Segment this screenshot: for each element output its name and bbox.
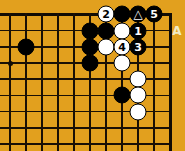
board-intersection[interactable] [130, 104, 146, 120]
board-intersection[interactable] [114, 136, 130, 151]
black-stone [82, 22, 99, 39]
board-intersection[interactable]: △ [130, 6, 146, 22]
board-intersection[interactable] [50, 55, 66, 71]
board-intersection[interactable] [114, 87, 130, 103]
board-intersection[interactable] [82, 136, 98, 151]
board-intersection[interactable] [50, 71, 66, 87]
black-stone [98, 22, 115, 39]
move-number-label: 4 [118, 41, 126, 52]
white-stone [114, 22, 131, 39]
board-intersection[interactable] [114, 55, 130, 71]
board-intersection[interactable] [66, 39, 82, 55]
white-stone [130, 87, 147, 104]
white-stone: 4 [114, 38, 131, 55]
board-intersection[interactable] [146, 104, 162, 120]
board-intersection[interactable] [130, 120, 146, 136]
board-intersection[interactable] [98, 55, 114, 71]
white-stone [98, 38, 115, 55]
board-intersection[interactable] [146, 120, 162, 136]
board-intersection[interactable] [82, 39, 98, 55]
board-intersection[interactable] [50, 23, 66, 39]
board-intersection[interactable] [2, 87, 18, 103]
board-intersection[interactable] [82, 23, 98, 39]
board-intersection[interactable] [114, 104, 130, 120]
board-intersection[interactable] [146, 87, 162, 103]
board-intersection[interactable] [114, 71, 130, 87]
black-stone [114, 87, 131, 104]
board-intersection[interactable] [82, 71, 98, 87]
board-intersection[interactable] [50, 87, 66, 103]
board-intersection[interactable] [66, 136, 82, 151]
black-stone [18, 38, 35, 55]
black-stone: 3 [130, 38, 147, 55]
white-stone [130, 71, 147, 88]
board-intersection[interactable] [50, 39, 66, 55]
white-stone [114, 55, 131, 72]
board-intersection[interactable] [2, 6, 18, 22]
board-intersection[interactable] [98, 136, 114, 151]
go-board: 2△5143 [2, 6, 178, 151]
board-intersection[interactable] [34, 55, 50, 71]
star-point-icon [8, 61, 13, 66]
board-intersection[interactable]: 1 [130, 23, 146, 39]
white-stone [130, 103, 147, 120]
board-intersection[interactable] [2, 104, 18, 120]
board-intersection[interactable] [162, 6, 178, 22]
board-intersection[interactable]: 4 [114, 39, 130, 55]
board-intersection[interactable] [34, 136, 50, 151]
board-intersection[interactable] [130, 87, 146, 103]
black-stone [82, 55, 99, 72]
board-intersection[interactable] [18, 104, 34, 120]
board-intersection[interactable] [146, 55, 162, 71]
board-intersection[interactable] [50, 136, 66, 151]
white-stone: 2 [98, 6, 115, 23]
board-intersection[interactable] [162, 87, 178, 103]
board-intersection[interactable] [66, 120, 82, 136]
board-intersection[interactable] [18, 136, 34, 151]
board-intersection[interactable] [18, 6, 34, 22]
board-intersection[interactable] [34, 120, 50, 136]
board-intersection[interactable] [82, 6, 98, 22]
board-intersection[interactable] [50, 6, 66, 22]
black-stone: 1 [130, 22, 147, 39]
board-intersection[interactable] [66, 23, 82, 39]
board-intersection[interactable] [162, 39, 178, 55]
board-intersection[interactable] [2, 71, 18, 87]
board-intersection[interactable] [2, 136, 18, 151]
board-intersection[interactable] [146, 71, 162, 87]
board-intersection[interactable] [34, 39, 50, 55]
board-intersection[interactable] [82, 55, 98, 71]
board-intersection[interactable] [82, 120, 98, 136]
go-diagram: 2△5143 A [0, 0, 185, 151]
board-intersection[interactable] [34, 104, 50, 120]
board-intersection[interactable] [146, 136, 162, 151]
black-stone: 5 [146, 6, 163, 23]
board-intersection[interactable] [146, 39, 162, 55]
board-intersection[interactable] [18, 39, 34, 55]
board-intersection[interactable] [98, 39, 114, 55]
board-intersection[interactable] [114, 23, 130, 39]
board-intersection[interactable] [50, 120, 66, 136]
move-number-label: 3 [134, 41, 142, 52]
board-intersection[interactable] [18, 55, 34, 71]
board-intersection[interactable] [130, 136, 146, 151]
board-intersection[interactable] [162, 104, 178, 120]
board-intersection[interactable]: 3 [130, 39, 146, 55]
move-number-label: 2 [102, 9, 110, 20]
board-intersection[interactable] [66, 55, 82, 71]
board-intersection[interactable] [2, 39, 18, 55]
board-intersection[interactable] [162, 71, 178, 87]
move-number-label: 1 [134, 25, 142, 36]
board-intersection[interactable] [162, 120, 178, 136]
board-intersection[interactable] [146, 23, 162, 39]
black-stone [82, 38, 99, 55]
board-intersection[interactable] [98, 71, 114, 87]
move-number-label: 5 [150, 9, 158, 20]
board-intersection[interactable]: 5 [146, 6, 162, 22]
board-intersection[interactable] [2, 23, 18, 39]
board-intersection[interactable] [98, 87, 114, 103]
board-intersection[interactable] [34, 87, 50, 103]
board-intersection[interactable] [18, 23, 34, 39]
board-intersection[interactable] [82, 87, 98, 103]
board-intersection[interactable] [34, 71, 50, 87]
board-intersection[interactable] [162, 136, 178, 151]
board-intersection[interactable] [98, 104, 114, 120]
board-intersection[interactable] [114, 6, 130, 22]
board-intersection[interactable] [2, 120, 18, 136]
board-intersection[interactable] [2, 55, 18, 71]
black-stone [114, 6, 131, 23]
board-intersection[interactable] [34, 23, 50, 39]
triangle-marker-icon: △ [133, 8, 142, 20]
black-stone: △ [130, 6, 147, 23]
board-intersection[interactable] [66, 6, 82, 22]
board-intersection[interactable] [66, 87, 82, 103]
board-intersection[interactable]: 2 [98, 6, 114, 22]
board-intersection[interactable] [66, 71, 82, 87]
board-intersection[interactable] [130, 55, 146, 71]
board-intersection[interactable] [114, 120, 130, 136]
board-intersection[interactable] [66, 104, 82, 120]
board-intersection[interactable] [82, 104, 98, 120]
board-intersection[interactable] [98, 120, 114, 136]
board-intersection[interactable] [130, 71, 146, 87]
point-label-a: A [170, 24, 184, 38]
board-intersection[interactable] [162, 55, 178, 71]
board-intersection[interactable] [98, 23, 114, 39]
board-intersection[interactable] [34, 6, 50, 22]
board-intersection[interactable] [18, 71, 34, 87]
board-intersection[interactable] [50, 104, 66, 120]
board-intersection[interactable] [18, 120, 34, 136]
board-intersection[interactable] [18, 87, 34, 103]
